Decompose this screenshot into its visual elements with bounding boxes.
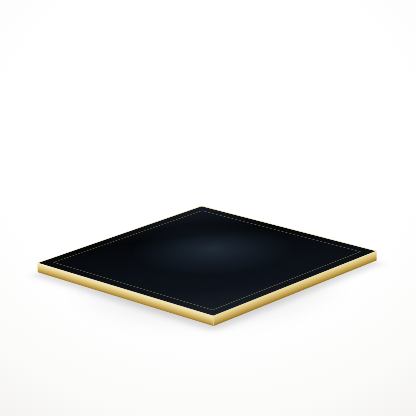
board-surface — [37, 206, 376, 316]
photo-backdrop — [0, 0, 416, 416]
chess-board — [37, 206, 376, 316]
scene-tilt — [0, 0, 416, 416]
scene — [0, 0, 416, 416]
